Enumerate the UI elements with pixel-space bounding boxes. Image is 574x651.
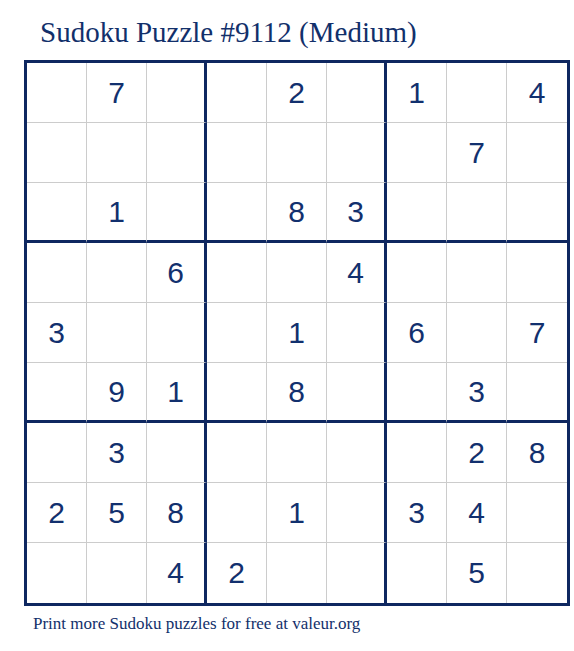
cell-r8c4[interactable]: [207, 483, 267, 543]
cell-r5c7[interactable]: 6: [387, 303, 447, 363]
cell-r2c6[interactable]: [327, 123, 387, 183]
cell-r7c2[interactable]: 3: [87, 423, 147, 483]
cell-r3c9[interactable]: [507, 183, 567, 243]
page-title: Sudoku Puzzle #9112 (Medium): [40, 16, 417, 49]
cell-r2c2[interactable]: [87, 123, 147, 183]
cell-r4c1[interactable]: [27, 243, 87, 303]
sudoku-page: Sudoku Puzzle #9112 (Medium) 72147183643…: [0, 0, 574, 651]
cell-r8c9[interactable]: [507, 483, 567, 543]
cell-r4c7[interactable]: [387, 243, 447, 303]
cell-r1c7[interactable]: 1: [387, 63, 447, 123]
cell-r9c3[interactable]: 4: [147, 543, 207, 603]
cell-r9c6[interactable]: [327, 543, 387, 603]
cell-r3c4[interactable]: [207, 183, 267, 243]
cell-r7c4[interactable]: [207, 423, 267, 483]
cell-r6c2[interactable]: 9: [87, 363, 147, 423]
cell-r3c8[interactable]: [447, 183, 507, 243]
cell-r3c3[interactable]: [147, 183, 207, 243]
cell-r4c4[interactable]: [207, 243, 267, 303]
cell-r7c1[interactable]: [27, 423, 87, 483]
cell-r4c2[interactable]: [87, 243, 147, 303]
cell-r3c1[interactable]: [27, 183, 87, 243]
cell-r9c9[interactable]: [507, 543, 567, 603]
sudoku-board: 721471836431679183328258134425: [24, 60, 570, 606]
cell-r3c5[interactable]: 8: [267, 183, 327, 243]
cell-r1c2[interactable]: 7: [87, 63, 147, 123]
cell-r7c8[interactable]: 2: [447, 423, 507, 483]
cell-r3c6[interactable]: 3: [327, 183, 387, 243]
cell-r6c6[interactable]: [327, 363, 387, 423]
cell-r7c5[interactable]: [267, 423, 327, 483]
cell-r4c6[interactable]: 4: [327, 243, 387, 303]
cell-r5c6[interactable]: [327, 303, 387, 363]
cell-r8c3[interactable]: 8: [147, 483, 207, 543]
cell-r1c4[interactable]: [207, 63, 267, 123]
footer-text: Print more Sudoku puzzles for free at va…: [33, 614, 360, 634]
cell-r6c1[interactable]: [27, 363, 87, 423]
cell-r7c9[interactable]: 8: [507, 423, 567, 483]
cell-r5c5[interactable]: 1: [267, 303, 327, 363]
cell-r9c7[interactable]: [387, 543, 447, 603]
cell-r8c6[interactable]: [327, 483, 387, 543]
cell-r1c9[interactable]: 4: [507, 63, 567, 123]
cell-r5c1[interactable]: 3: [27, 303, 87, 363]
cell-r9c1[interactable]: [27, 543, 87, 603]
cell-r9c2[interactable]: [87, 543, 147, 603]
cell-r5c8[interactable]: [447, 303, 507, 363]
cell-r9c8[interactable]: 5: [447, 543, 507, 603]
cell-r1c1[interactable]: [27, 63, 87, 123]
cell-r2c1[interactable]: [27, 123, 87, 183]
cell-r4c9[interactable]: [507, 243, 567, 303]
cell-r5c2[interactable]: [87, 303, 147, 363]
cell-r6c7[interactable]: [387, 363, 447, 423]
cell-r2c4[interactable]: [207, 123, 267, 183]
cell-r8c8[interactable]: 4: [447, 483, 507, 543]
cell-r5c9[interactable]: 7: [507, 303, 567, 363]
cell-r8c1[interactable]: 2: [27, 483, 87, 543]
cell-r5c4[interactable]: [207, 303, 267, 363]
cell-r6c8[interactable]: 3: [447, 363, 507, 423]
cell-r4c8[interactable]: [447, 243, 507, 303]
cell-r4c3[interactable]: 6: [147, 243, 207, 303]
cell-r2c8[interactable]: 7: [447, 123, 507, 183]
cell-r6c4[interactable]: [207, 363, 267, 423]
cell-r8c5[interactable]: 1: [267, 483, 327, 543]
cell-r2c7[interactable]: [387, 123, 447, 183]
cell-r1c5[interactable]: 2: [267, 63, 327, 123]
cell-r7c7[interactable]: [387, 423, 447, 483]
cell-r9c5[interactable]: [267, 543, 327, 603]
cell-r4c5[interactable]: [267, 243, 327, 303]
cell-r6c9[interactable]: [507, 363, 567, 423]
cell-r1c6[interactable]: [327, 63, 387, 123]
cell-r3c2[interactable]: 1: [87, 183, 147, 243]
cell-r2c3[interactable]: [147, 123, 207, 183]
cell-r6c5[interactable]: 8: [267, 363, 327, 423]
cell-r8c7[interactable]: 3: [387, 483, 447, 543]
cell-r9c4[interactable]: 2: [207, 543, 267, 603]
cell-r1c3[interactable]: [147, 63, 207, 123]
cell-r2c5[interactable]: [267, 123, 327, 183]
cell-r7c6[interactable]: [327, 423, 387, 483]
cell-r6c3[interactable]: 1: [147, 363, 207, 423]
cell-r3c7[interactable]: [387, 183, 447, 243]
cell-r7c3[interactable]: [147, 423, 207, 483]
cell-r2c9[interactable]: [507, 123, 567, 183]
cell-r8c2[interactable]: 5: [87, 483, 147, 543]
cell-r5c3[interactable]: [147, 303, 207, 363]
cell-r1c8[interactable]: [447, 63, 507, 123]
